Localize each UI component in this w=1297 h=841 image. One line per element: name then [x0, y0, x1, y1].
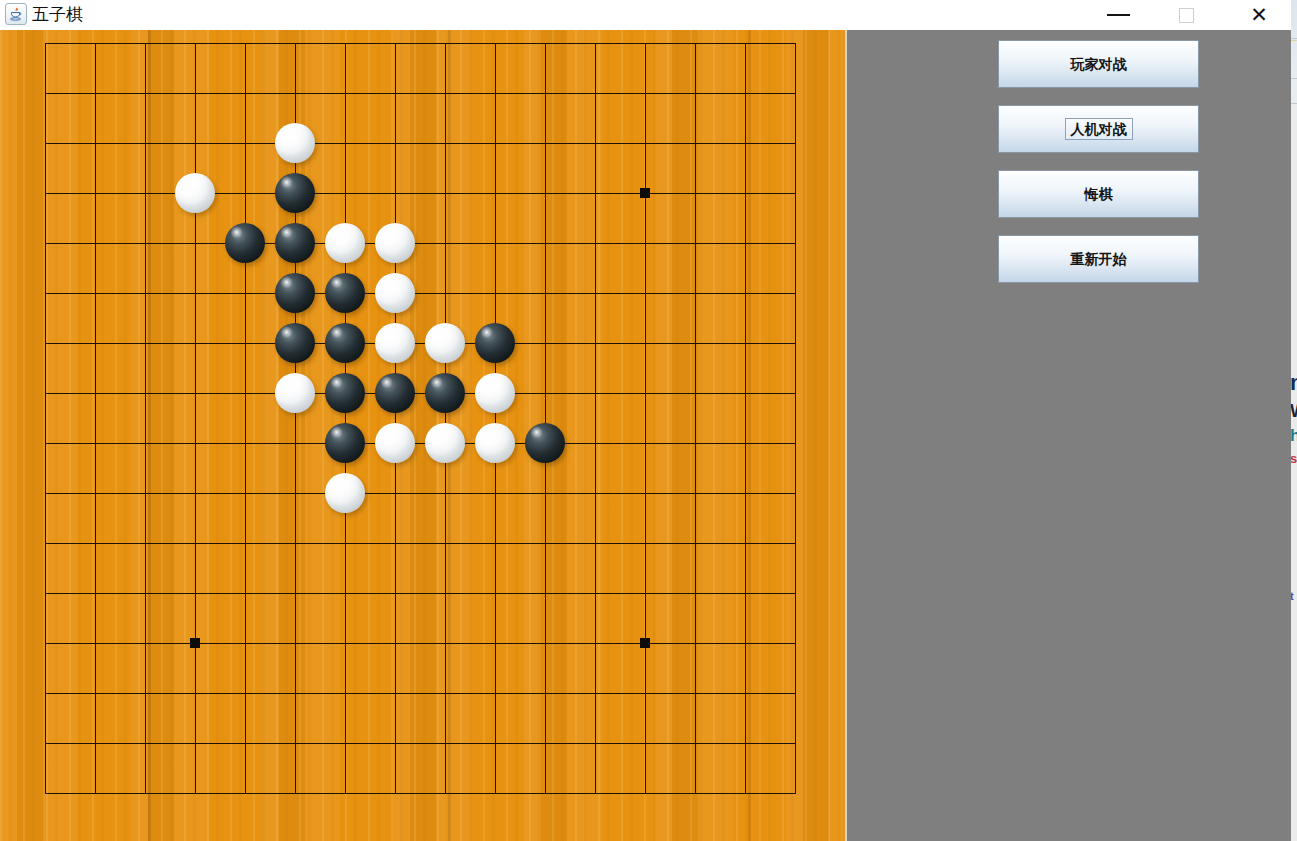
strip-text-fragment: W — [1291, 401, 1297, 422]
maximize-button[interactable] — [1163, 0, 1209, 30]
stone-black — [275, 223, 315, 263]
strip-text-fragment: s — [1291, 451, 1297, 466]
stone-white — [475, 423, 515, 463]
star-point — [640, 188, 650, 198]
stone-white — [375, 423, 415, 463]
background-window-strip: _nWhst — [1291, 0, 1297, 841]
maximize-icon — [1179, 8, 1194, 23]
stone-white — [375, 223, 415, 263]
pvp-button[interactable]: 玩家对战 — [998, 40, 1199, 88]
star-point — [640, 638, 650, 648]
strip-text-fragment: n — [1291, 370, 1297, 396]
strip-line — [1291, 103, 1297, 104]
side-panel: 玩家对战 人机对战 悔棋 重新开始 — [845, 30, 1291, 841]
stone-black — [325, 323, 365, 363]
stone-white — [175, 173, 215, 213]
window-title: 五子棋 — [32, 4, 83, 26]
stone-white — [425, 323, 465, 363]
pvp-button-label: 玩家对战 — [1065, 53, 1133, 75]
stone-white — [375, 273, 415, 313]
strip-text-fragment: _ — [1291, 28, 1297, 42]
star-point — [190, 638, 200, 648]
undo-button-label: 悔棋 — [1079, 183, 1119, 205]
stone-black — [325, 373, 365, 413]
stone-white — [375, 323, 415, 363]
stone-white — [425, 423, 465, 463]
stone-black — [275, 273, 315, 313]
stone-black — [475, 323, 515, 363]
stone-black — [275, 173, 315, 213]
strip-text-fragment: h — [1291, 426, 1297, 446]
stone-white — [275, 123, 315, 163]
grid-lines — [45, 43, 796, 794]
stone-black — [425, 373, 465, 413]
titlebar: 五子棋 ✕ — [0, 0, 1291, 30]
board[interactable] — [0, 30, 845, 841]
stone-white — [275, 373, 315, 413]
stone-black — [225, 223, 265, 263]
gomoku-window: 五子棋 ✕ 玩家对战 人机对战 悔棋 重新开始 _nWhst — [0, 0, 1297, 841]
java-app-icon — [5, 3, 27, 25]
pve-button-label: 人机对战 — [1065, 118, 1133, 140]
stone-black — [275, 323, 315, 363]
java-coffee-cup-icon — [8, 6, 24, 22]
stone-white — [325, 473, 365, 513]
stone-black — [325, 423, 365, 463]
stone-white — [325, 223, 365, 263]
stone-black — [375, 373, 415, 413]
strip-text-fragment: t — [1291, 590, 1294, 602]
strip-line — [1291, 78, 1297, 79]
stone-black — [525, 423, 565, 463]
restart-button[interactable]: 重新开始 — [998, 235, 1199, 283]
stone-black — [325, 273, 365, 313]
close-icon: ✕ — [1250, 3, 1268, 27]
minimize-icon — [1107, 14, 1130, 16]
restart-button-label: 重新开始 — [1065, 248, 1133, 270]
pve-button[interactable]: 人机对战 — [998, 105, 1199, 153]
undo-button[interactable]: 悔棋 — [998, 170, 1199, 218]
stone-white — [475, 373, 515, 413]
minimize-button[interactable] — [1095, 0, 1141, 30]
close-button[interactable]: ✕ — [1234, 0, 1284, 30]
